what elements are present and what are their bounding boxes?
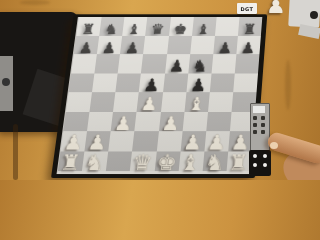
panel-buttons xyxy=(253,116,266,134)
lower-panel-button[interactable] xyxy=(263,154,267,158)
panel-button[interactable] xyxy=(253,116,257,120)
square-a6 xyxy=(71,54,97,73)
square-e4 xyxy=(161,92,187,111)
piece-white-king-e1: ♚ xyxy=(156,151,178,173)
square-c1 xyxy=(106,151,132,171)
dgt-logo: DGT xyxy=(237,3,257,14)
piece-white-pawn-a2: ♟ xyxy=(63,132,85,153)
square-a2: ♟ xyxy=(61,131,87,151)
square-e5 xyxy=(163,73,188,92)
square-a1: ♜ xyxy=(58,151,85,171)
square-b1: ♞ xyxy=(82,151,108,171)
square-b3 xyxy=(87,112,113,132)
square-g1: ♞ xyxy=(202,151,228,171)
square-c5 xyxy=(116,73,142,92)
square-c4 xyxy=(113,92,139,111)
square-g5 xyxy=(210,73,235,92)
square-g2: ♟ xyxy=(204,131,230,151)
square-f4: ♝ xyxy=(184,92,209,111)
square-c7: ♟ xyxy=(120,35,145,54)
lower-panel-button[interactable] xyxy=(253,154,257,158)
square-h6 xyxy=(235,54,260,73)
square-d3 xyxy=(135,112,161,132)
square-d2 xyxy=(132,131,158,151)
square-e6: ♟ xyxy=(165,54,190,73)
piece-white-knight-g1: ♞ xyxy=(204,151,226,173)
dgt-logo-label: DGT xyxy=(240,6,253,12)
square-h5 xyxy=(233,73,258,92)
piece-white-rook-h1: ♜ xyxy=(228,151,250,173)
fingernail xyxy=(270,142,278,149)
panel-button[interactable] xyxy=(261,130,265,134)
square-e3: ♟ xyxy=(158,112,184,132)
piece-white-pawn-b2: ♟ xyxy=(87,132,108,153)
square-d1: ♛ xyxy=(130,151,156,171)
panel-button[interactable] xyxy=(261,123,265,127)
square-b5 xyxy=(92,73,118,92)
square-f6: ♞ xyxy=(188,54,213,73)
table-edge-shadow xyxy=(13,124,18,180)
dark-round-object xyxy=(310,11,318,19)
square-d7 xyxy=(143,35,168,54)
square-f2: ♟ xyxy=(180,131,206,151)
square-f8: ♝ xyxy=(192,17,217,35)
chess-board: ♜♞♝♛♚♝♜♟♟♟♟♟♟♞♟♟♟♝♟♟♟♟♟♟♟♜♞♛♚♝♞♜ xyxy=(51,14,267,178)
piece-white-pawn-f2: ♟ xyxy=(182,132,203,153)
square-h8: ♜ xyxy=(238,17,262,35)
square-e8: ♚ xyxy=(169,17,194,35)
square-g6 xyxy=(211,54,236,73)
square-c8: ♝ xyxy=(122,17,147,35)
panel-knob xyxy=(2,78,10,86)
grey-side-panel xyxy=(0,56,13,111)
square-a7: ♟ xyxy=(74,35,100,54)
square-c6 xyxy=(118,54,143,73)
square-b7: ♟ xyxy=(97,35,122,54)
square-c2 xyxy=(109,131,135,151)
square-f3 xyxy=(182,112,208,132)
board-control-panel xyxy=(250,103,270,152)
wood-grain-streak xyxy=(20,0,50,5)
square-a5 xyxy=(69,73,95,92)
piece-white-pawn-h2: ♟ xyxy=(230,132,250,153)
square-e7 xyxy=(167,35,192,54)
square-e1: ♚ xyxy=(154,151,180,171)
lower-panel-button[interactable] xyxy=(263,163,267,167)
square-f1: ♝ xyxy=(178,151,204,171)
square-f7 xyxy=(190,35,215,54)
square-a4 xyxy=(66,92,92,111)
panel-button[interactable] xyxy=(253,123,257,127)
piece-white-knight-b1: ♞ xyxy=(83,151,105,173)
lower-button-panel xyxy=(249,150,271,176)
piece-white-pawn-g2: ♟ xyxy=(206,132,227,153)
square-a8: ♜ xyxy=(76,17,101,35)
square-d4: ♟ xyxy=(137,92,163,111)
board-grid: ♜♞♝♛♚♝♜♟♟♟♟♟♟♞♟♟♟♝♟♟♟♟♟♟♟♜♞♛♚♝♞♜ xyxy=(57,17,263,174)
panel-button[interactable] xyxy=(253,130,257,134)
square-g7: ♟ xyxy=(213,35,238,54)
square-c3: ♟ xyxy=(111,112,137,132)
lower-panel-button[interactable] xyxy=(253,163,257,167)
piece-white-rook-a1: ♜ xyxy=(59,151,82,173)
square-d8: ♛ xyxy=(146,17,171,35)
square-h7: ♟ xyxy=(236,35,261,54)
panel-button[interactable] xyxy=(261,116,265,120)
square-b8: ♞ xyxy=(99,17,124,35)
square-a3 xyxy=(63,112,89,132)
square-e2 xyxy=(156,131,182,151)
piece-white-bishop-f1: ♝ xyxy=(180,151,202,173)
wood-grain-streak xyxy=(285,60,291,110)
square-b4 xyxy=(90,92,116,111)
square-g3 xyxy=(206,112,231,132)
lower-buttons xyxy=(253,154,267,167)
square-g4 xyxy=(208,92,233,111)
square-d6 xyxy=(141,54,166,73)
square-f5: ♟ xyxy=(186,73,211,92)
panel-display xyxy=(253,106,265,113)
piece-white-queen-d1: ♛ xyxy=(132,151,154,173)
spare-white-piece: ♟ xyxy=(266,0,286,17)
square-b6 xyxy=(95,54,121,73)
square-d5: ♟ xyxy=(139,73,165,92)
square-g8 xyxy=(215,17,240,35)
square-b2: ♟ xyxy=(85,131,111,151)
